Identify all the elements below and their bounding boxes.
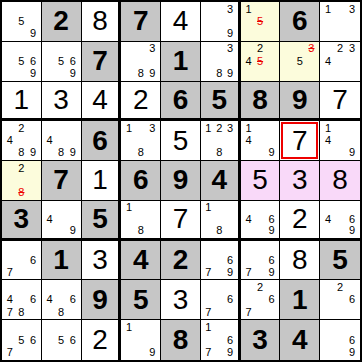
empty-candidate-slot — [346, 202, 358, 214]
empty-candidate-slot — [4, 281, 16, 293]
candidate-digit: 3 — [225, 43, 236, 55]
empty-candidate-slot — [44, 281, 56, 293]
candidate-digit: 5 — [16, 55, 28, 67]
cell-r6c1[interactable]: 3 — [2, 201, 42, 241]
cell-r9c7[interactable]: 3 — [241, 320, 281, 360]
cell-r7c7[interactable]: 679 — [241, 241, 281, 281]
candidate-digit: 2 — [254, 281, 266, 293]
cell-r4c7[interactable]: 149 — [241, 121, 281, 161]
cell-r3c8[interactable]: 9 — [280, 82, 320, 122]
candidate-digit: 9 — [266, 266, 278, 278]
empty-candidate-slot — [55, 225, 67, 237]
empty-candidate-slot — [135, 334, 147, 347]
empty-candidate-slot — [67, 321, 79, 334]
empty-candidate-slot — [266, 281, 278, 293]
candidate-digit: 7 — [4, 266, 16, 278]
cell-r9c4[interactable]: 19 — [121, 320, 161, 360]
empty-candidate-slot — [4, 334, 16, 347]
cell-r4c6[interactable]: 1238 — [201, 121, 241, 161]
empty-candidate-slot — [254, 28, 266, 40]
candidate-digit: 1 — [123, 321, 135, 334]
cell-r5c7[interactable]: 5 — [241, 161, 281, 201]
cell-r9c3[interactable]: 2 — [82, 320, 122, 360]
empty-candidate-slot — [214, 254, 225, 266]
empty-candidate-slot — [4, 242, 16, 254]
empty-candidate-slot — [254, 242, 266, 254]
empty-candidate-slot — [67, 43, 79, 55]
empty-candidate-slot — [334, 213, 346, 225]
empty-candidate-slot — [135, 321, 147, 334]
empty-candidate-slot — [346, 67, 358, 79]
empty-candidate-slot — [225, 281, 236, 293]
candidate-digit: 4 — [4, 135, 16, 147]
candidate-digit: 8 — [135, 225, 147, 237]
candidate-digit: 4 — [44, 294, 56, 306]
cell-r5c2[interactable]: 7 — [42, 161, 82, 201]
empty-candidate-slot — [334, 122, 346, 134]
empty-candidate-slot — [44, 321, 56, 334]
cell-r3c4[interactable]: 2 — [121, 82, 161, 122]
cell-r9c5[interactable]: 8 — [161, 320, 201, 360]
empty-candidate-slot — [243, 294, 255, 306]
empty-candidate-slot — [27, 266, 39, 278]
empty-candidate-slot — [334, 3, 346, 15]
empty-candidate-slot — [27, 306, 39, 318]
candidate-digit: 6 — [67, 294, 79, 306]
cell-r4c3[interactable]: 6 — [82, 121, 122, 161]
empty-candidate-slot — [67, 306, 79, 318]
candidate-digit: 5 — [16, 15, 28, 27]
candidate-digit: 7 — [243, 266, 255, 278]
empty-candidate-slot — [16, 67, 28, 79]
empty-candidate-slot — [322, 334, 334, 347]
empty-candidate-slot — [16, 242, 28, 254]
empty-candidate-slot — [44, 346, 56, 359]
candidate-digit: 8 — [55, 147, 67, 159]
cell-r7c9[interactable]: 5 — [320, 241, 360, 281]
candidate-digit: 9 — [67, 147, 79, 159]
candidate-digit: 3 — [225, 3, 236, 15]
empty-candidate-slot — [135, 55, 147, 67]
cell-r8c4[interactable]: 5 — [121, 280, 161, 320]
empty-candidate-slot — [214, 135, 225, 147]
cell-r3c6[interactable]: 5 — [201, 82, 241, 122]
cell-r4c4[interactable]: 138 — [121, 121, 161, 161]
empty-candidate-slot — [147, 213, 159, 225]
empty-candidate-slot — [147, 225, 159, 237]
empty-candidate-slot — [322, 346, 334, 359]
empty-candidate-slot — [254, 254, 266, 266]
empty-candidate-slot — [147, 202, 159, 214]
cell-r8c7[interactable]: 267 — [241, 280, 281, 320]
cell-r5c1[interactable]: 28 — [2, 161, 42, 201]
cell-r1c6[interactable]: 39 — [201, 2, 241, 42]
empty-candidate-slot — [55, 321, 67, 334]
candidate-digit: 4 — [243, 55, 255, 67]
empty-candidate-slot — [334, 135, 346, 147]
cell-r7c2[interactable]: 1 — [42, 241, 82, 281]
empty-candidate-slot — [4, 43, 16, 55]
empty-candidate-slot — [294, 43, 306, 55]
cell-r6c8[interactable]: 2 — [280, 201, 320, 241]
candidate-digit: 1 — [243, 122, 255, 134]
cell-r8c6[interactable]: 67 — [201, 280, 241, 320]
cell-r6c2[interactable]: 49 — [42, 201, 82, 241]
empty-candidate-slot — [214, 242, 225, 254]
empty-candidate-slot — [135, 135, 147, 147]
cell-r3c7[interactable]: 8 — [241, 82, 281, 122]
empty-candidate-slot — [16, 43, 28, 55]
candidate-digit: 6 — [27, 254, 39, 266]
candidate-digit: 9 — [266, 147, 278, 159]
candidate-digit: 1 — [203, 122, 214, 134]
cell-r4c9[interactable]: 149 — [320, 121, 360, 161]
empty-candidate-slot — [334, 67, 346, 79]
empty-candidate-slot — [27, 346, 39, 359]
cell-r3c9[interactable]: 7 — [320, 82, 360, 122]
cell-r5c8[interactable]: 3 — [280, 161, 320, 201]
empty-candidate-slot — [203, 147, 214, 159]
candidate-digit: 4 — [44, 213, 56, 225]
empty-candidate-slot — [214, 28, 225, 40]
empty-candidate-slot — [346, 55, 358, 67]
cell-r1c1[interactable]: 59 — [2, 2, 42, 42]
candidate-digit: 7 — [4, 306, 16, 318]
empty-candidate-slot — [225, 321, 236, 334]
empty-candidate-slot — [123, 43, 135, 55]
empty-candidate-slot — [27, 321, 39, 334]
empty-candidate-slot — [123, 334, 135, 347]
cell-r2c6[interactable]: 389 — [201, 42, 241, 82]
empty-candidate-slot — [16, 281, 28, 293]
cell-r7c1[interactable]: 67 — [2, 241, 42, 281]
empty-candidate-slot — [334, 55, 346, 67]
empty-candidate-slot — [16, 174, 28, 186]
candidate-digit: 6 — [266, 294, 278, 306]
candidate-digit: 4 — [44, 135, 56, 147]
empty-candidate-slot — [135, 213, 147, 225]
candidate-digit: 7 — [203, 346, 214, 359]
candidate-digit: 9 — [27, 28, 39, 40]
cell-r5c5[interactable]: 9 — [161, 161, 201, 201]
empty-candidate-slot — [243, 281, 255, 293]
candidate-digit: 9 — [67, 67, 79, 79]
candidate-digit: 9 — [266, 225, 278, 237]
empty-candidate-slot — [44, 334, 56, 347]
empty-candidate-slot — [214, 334, 225, 347]
cell-r3c1[interactable]: 1 — [2, 82, 42, 122]
cell-r2c4[interactable]: 389 — [121, 42, 161, 82]
cell-r6c6[interactable]: 18 — [201, 201, 241, 241]
cell-r1c2[interactable]: 2 — [42, 2, 82, 42]
empty-candidate-slot — [123, 213, 135, 225]
cell-r3c5[interactable]: 6 — [161, 82, 201, 122]
empty-candidate-slot — [55, 135, 67, 147]
candidate-digit: 8 — [16, 147, 28, 159]
empty-candidate-slot — [67, 281, 79, 293]
empty-candidate-slot — [346, 28, 358, 40]
empty-candidate-slot — [306, 55, 318, 67]
candidate-digit: 6 — [346, 294, 358, 306]
cell-r7c4[interactable]: 4 — [121, 241, 161, 281]
cell-r6c4[interactable]: 18 — [121, 201, 161, 241]
candidate-digit: 3 — [147, 122, 159, 134]
cell-r5c3[interactable]: 1 — [82, 161, 122, 201]
empty-candidate-slot — [225, 242, 236, 254]
cell-r5c6[interactable]: 4 — [201, 161, 241, 201]
cell-r1c7[interactable]: 15 — [241, 2, 281, 42]
sudoku-board: 5928743915613569569738913892453523413426… — [0, 0, 362, 362]
cell-r4c2[interactable]: 489 — [42, 121, 82, 161]
candidate-digit: 9 — [225, 28, 236, 40]
eliminated-candidate-digit: 3 — [306, 43, 318, 55]
empty-candidate-slot — [203, 213, 214, 225]
empty-candidate-slot — [203, 28, 214, 40]
empty-candidate-slot — [4, 147, 16, 159]
empty-candidate-slot — [4, 162, 16, 174]
empty-candidate-slot — [4, 28, 16, 40]
cell-r3c3[interactable]: 4 — [82, 82, 122, 122]
empty-candidate-slot — [55, 122, 67, 134]
empty-candidate-slot — [322, 28, 334, 40]
candidate-digit: 8 — [16, 306, 28, 318]
cell-r2c9[interactable]: 234 — [320, 42, 360, 82]
empty-candidate-slot — [266, 55, 278, 67]
empty-candidate-slot — [27, 43, 39, 55]
empty-candidate-slot — [254, 147, 266, 159]
empty-candidate-slot — [27, 15, 39, 27]
empty-candidate-slot — [55, 202, 67, 214]
focused-cell-r4c8[interactable]: 7 — [280, 121, 320, 161]
empty-candidate-slot — [123, 225, 135, 237]
empty-candidate-slot — [243, 254, 255, 266]
candidate-digit: 9 — [225, 346, 236, 359]
empty-candidate-slot — [55, 213, 67, 225]
empty-candidate-slot — [203, 15, 214, 27]
empty-candidate-slot — [294, 67, 306, 79]
empty-candidate-slot — [16, 3, 28, 15]
empty-candidate-slot — [27, 135, 39, 147]
candidate-digit: 1 — [322, 3, 334, 15]
empty-candidate-slot — [266, 202, 278, 214]
cell-r1c4[interactable]: 7 — [121, 2, 161, 42]
cell-r2c8[interactable]: 35 — [280, 42, 320, 82]
empty-candidate-slot — [243, 67, 255, 79]
cell-r2c2[interactable]: 569 — [42, 42, 82, 82]
cell-r3c2[interactable]: 3 — [42, 82, 82, 122]
candidate-digit: 4 — [322, 135, 334, 147]
empty-candidate-slot — [214, 43, 225, 55]
cell-r1c9[interactable]: 13 — [320, 2, 360, 42]
empty-candidate-slot — [225, 55, 236, 67]
empty-candidate-slot — [243, 15, 255, 27]
cell-r2c7[interactable]: 245 — [241, 42, 281, 82]
cell-r7c8[interactable]: 8 — [280, 241, 320, 281]
empty-candidate-slot — [44, 43, 56, 55]
empty-candidate-slot — [266, 43, 278, 55]
empty-candidate-slot — [203, 334, 214, 347]
candidate-digit: 6 — [266, 213, 278, 225]
empty-candidate-slot — [322, 294, 334, 306]
cell-r8c3[interactable]: 9 — [82, 280, 122, 320]
cell-r2c3[interactable]: 7 — [82, 42, 122, 82]
cell-r8c5[interactable]: 3 — [161, 280, 201, 320]
empty-candidate-slot — [214, 55, 225, 67]
empty-candidate-slot — [135, 346, 147, 359]
empty-candidate-slot — [135, 202, 147, 214]
empty-candidate-slot — [322, 147, 334, 159]
candidate-digit: 8 — [135, 67, 147, 79]
cell-r8c9[interactable]: 26 — [320, 280, 360, 320]
candidate-digit: 9 — [346, 225, 358, 237]
empty-candidate-slot — [214, 3, 225, 15]
cell-r9c1[interactable]: 567 — [2, 320, 42, 360]
empty-candidate-slot — [4, 122, 16, 134]
empty-candidate-slot — [346, 122, 358, 134]
empty-candidate-slot — [322, 321, 334, 334]
empty-candidate-slot — [67, 213, 79, 225]
empty-candidate-slot — [214, 306, 225, 318]
empty-candidate-slot — [203, 3, 214, 15]
cell-r7c6[interactable]: 679 — [201, 241, 241, 281]
empty-candidate-slot — [203, 242, 214, 254]
candidate-digit: 9 — [27, 67, 39, 79]
eliminated-candidate-digit: 5 — [254, 55, 266, 67]
empty-candidate-slot — [282, 67, 294, 79]
candidate-digit: 7 — [203, 306, 214, 318]
empty-candidate-slot — [334, 28, 346, 40]
empty-candidate-slot — [282, 55, 294, 67]
empty-candidate-slot — [4, 321, 16, 334]
empty-candidate-slot — [254, 122, 266, 134]
cell-r2c1[interactable]: 569 — [2, 42, 42, 82]
empty-candidate-slot — [322, 202, 334, 214]
candidate-digit: 6 — [266, 254, 278, 266]
empty-candidate-slot — [254, 67, 266, 79]
candidate-digit: 1 — [203, 202, 214, 214]
empty-candidate-slot — [27, 242, 39, 254]
empty-candidate-slot — [55, 346, 67, 359]
candidate-digit: 2 — [214, 122, 225, 134]
empty-candidate-slot — [123, 135, 135, 147]
empty-candidate-slot — [346, 15, 358, 27]
candidate-digit: 8 — [214, 67, 225, 79]
empty-candidate-slot — [346, 306, 358, 318]
empty-candidate-slot — [16, 321, 28, 334]
empty-candidate-slot — [322, 43, 334, 55]
empty-candidate-slot — [243, 202, 255, 214]
empty-candidate-slot — [334, 225, 346, 237]
empty-candidate-slot — [225, 306, 236, 318]
cell-r5c4[interactable]: 6 — [121, 161, 161, 201]
candidate-digit: 9 — [147, 67, 159, 79]
empty-candidate-slot — [346, 321, 358, 334]
candidate-digit: 4 — [322, 55, 334, 67]
candidate-digit: 2 — [254, 43, 266, 55]
cell-r6c9[interactable]: 469 — [320, 201, 360, 241]
cell-r6c5[interactable]: 7 — [161, 201, 201, 241]
candidate-digit: 1 — [203, 321, 214, 334]
empty-candidate-slot — [4, 254, 16, 266]
candidate-digit: 4 — [243, 213, 255, 225]
cell-r8c2[interactable]: 468 — [42, 280, 82, 320]
empty-candidate-slot — [203, 294, 214, 306]
empty-candidate-slot — [44, 202, 56, 214]
candidate-digit: 6 — [346, 334, 358, 347]
cell-r2c5[interactable]: 1 — [161, 42, 201, 82]
empty-candidate-slot — [16, 28, 28, 40]
cell-r9c2[interactable]: 56 — [42, 320, 82, 360]
candidate-digit: 9 — [225, 266, 236, 278]
cell-r1c3[interactable]: 8 — [82, 2, 122, 42]
cell-r6c7[interactable]: 469 — [241, 201, 281, 241]
empty-candidate-slot — [334, 15, 346, 27]
empty-candidate-slot — [203, 135, 214, 147]
empty-candidate-slot — [44, 55, 56, 67]
empty-candidate-slot — [254, 225, 266, 237]
empty-candidate-slot — [16, 135, 28, 147]
empty-candidate-slot — [254, 294, 266, 306]
cell-r6c3[interactable]: 5 — [82, 201, 122, 241]
empty-candidate-slot — [44, 306, 56, 318]
empty-candidate-slot — [243, 147, 255, 159]
cell-r8c8[interactable]: 1 — [280, 280, 320, 320]
cell-r9c9[interactable]: 69 — [320, 320, 360, 360]
candidate-digit: 2 — [334, 43, 346, 55]
candidate-digit: 6 — [27, 294, 39, 306]
cell-r7c3[interactable]: 3 — [82, 241, 122, 281]
empty-candidate-slot — [214, 15, 225, 27]
empty-candidate-slot — [254, 266, 266, 278]
candidate-digit: 6 — [27, 334, 39, 347]
empty-candidate-slot — [214, 266, 225, 278]
eliminated-candidate-digit: 5 — [254, 15, 266, 27]
empty-candidate-slot — [214, 213, 225, 225]
empty-candidate-slot — [266, 122, 278, 134]
empty-candidate-slot — [243, 28, 255, 40]
candidate-digit: 3 — [346, 3, 358, 15]
cell-r1c5[interactable]: 4 — [161, 2, 201, 42]
empty-candidate-slot — [123, 67, 135, 79]
empty-candidate-slot — [266, 242, 278, 254]
empty-candidate-slot — [203, 225, 214, 237]
candidate-digit: 7 — [203, 266, 214, 278]
cell-r9c8[interactable]: 4 — [280, 320, 320, 360]
candidate-digit: 3 — [346, 43, 358, 55]
empty-candidate-slot — [254, 135, 266, 147]
cell-r5c9[interactable]: 8 — [320, 161, 360, 201]
candidate-digit: 5 — [55, 334, 67, 347]
cell-r9c6[interactable]: 1679 — [201, 320, 241, 360]
empty-candidate-slot — [67, 122, 79, 134]
candidate-digit: 3 — [147, 43, 159, 55]
empty-candidate-slot — [346, 135, 358, 147]
cell-r7c5[interactable]: 2 — [161, 241, 201, 281]
cell-r8c1[interactable]: 4678 — [2, 280, 42, 320]
empty-candidate-slot — [16, 254, 28, 266]
candidate-digit: 2 — [16, 162, 28, 174]
empty-candidate-slot — [322, 281, 334, 293]
empty-candidate-slot — [55, 294, 67, 306]
cell-r1c8[interactable]: 6 — [280, 2, 320, 42]
cell-r4c5[interactable]: 5 — [161, 121, 201, 161]
cell-r4c1[interactable]: 2489 — [2, 121, 42, 161]
empty-candidate-slot — [243, 242, 255, 254]
empty-candidate-slot — [4, 15, 16, 27]
empty-candidate-slot — [147, 55, 159, 67]
candidate-digit: 1 — [123, 122, 135, 134]
empty-candidate-slot — [266, 28, 278, 40]
